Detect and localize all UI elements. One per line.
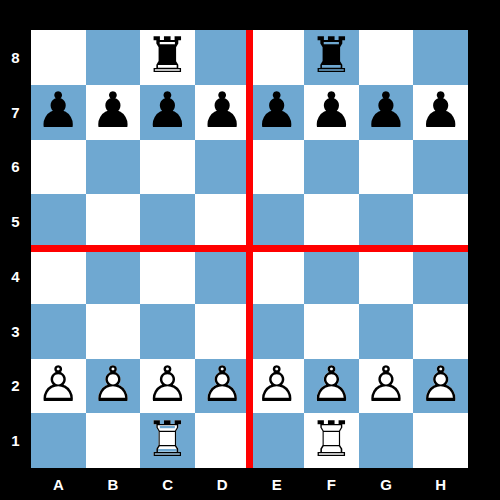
square-f7[interactable]: ♟ [304, 85, 359, 140]
black-pawn-glyph: ♟ [36, 86, 80, 135]
square-a3[interactable] [31, 304, 86, 359]
white-pawn[interactable]: ♟♙ [359, 359, 414, 414]
white-pawn[interactable]: ♟♙ [250, 359, 305, 414]
white-rook[interactable]: ♜♖ [140, 413, 195, 468]
file-label-a: A [31, 468, 86, 500]
square-c6[interactable] [140, 140, 195, 195]
square-g1[interactable] [359, 413, 414, 468]
black-rook[interactable]: ♜ [140, 30, 195, 85]
square-h5[interactable] [413, 194, 468, 249]
square-e2[interactable]: ♟♙ [250, 359, 305, 414]
black-pawn-glyph: ♟ [91, 86, 135, 135]
white-rook[interactable]: ♜♖ [304, 413, 359, 468]
square-h3[interactable] [413, 304, 468, 359]
rank-labels: 87654321 [0, 30, 31, 468]
rank-label-1: 1 [0, 413, 31, 468]
square-e8[interactable] [250, 30, 305, 85]
square-f3[interactable] [304, 304, 359, 359]
square-c1[interactable]: ♜♖ [140, 413, 195, 468]
square-a5[interactable] [31, 194, 86, 249]
black-pawn[interactable]: ♟ [250, 85, 305, 140]
file-label-h: H [413, 468, 468, 500]
square-f2[interactable]: ♟♙ [304, 359, 359, 414]
square-g2[interactable]: ♟♙ [359, 359, 414, 414]
black-pawn[interactable]: ♟ [359, 85, 414, 140]
crosshair-horizontal-line [31, 245, 468, 252]
white-pawn[interactable]: ♟♙ [195, 359, 250, 414]
square-b6[interactable] [86, 140, 141, 195]
black-rook[interactable]: ♜ [304, 30, 359, 85]
white-pawn-outline-glyph: ♙ [309, 359, 353, 408]
white-pawn[interactable]: ♟♙ [413, 359, 468, 414]
square-b4[interactable] [86, 249, 141, 304]
black-rook-glyph: ♜ [309, 31, 353, 80]
rank-label-5: 5 [0, 194, 31, 249]
square-h6[interactable] [413, 140, 468, 195]
white-pawn-outline-glyph: ♙ [200, 359, 244, 408]
rank-label-2: 2 [0, 359, 31, 414]
square-e5[interactable] [250, 194, 305, 249]
square-d8[interactable] [195, 30, 250, 85]
square-e7[interactable]: ♟ [250, 85, 305, 140]
rank-label-6: 6 [0, 140, 31, 195]
square-b3[interactable] [86, 304, 141, 359]
square-f1[interactable]: ♜♖ [304, 413, 359, 468]
black-pawn[interactable]: ♟ [304, 85, 359, 140]
square-f6[interactable] [304, 140, 359, 195]
white-pawn[interactable]: ♟♙ [31, 359, 86, 414]
black-pawn[interactable]: ♟ [195, 85, 250, 140]
square-g6[interactable] [359, 140, 414, 195]
white-pawn[interactable]: ♟♙ [304, 359, 359, 414]
black-pawn-glyph: ♟ [364, 86, 408, 135]
rank-label-8: 8 [0, 30, 31, 85]
square-e1[interactable] [250, 413, 305, 468]
file-labels: ABCDEFGH [31, 468, 468, 500]
white-pawn-outline-glyph: ♙ [364, 359, 408, 408]
white-pawn-outline-glyph: ♙ [91, 359, 135, 408]
rank-label-7: 7 [0, 85, 31, 140]
white-rook-outline-glyph: ♖ [146, 414, 190, 463]
square-c5[interactable] [140, 194, 195, 249]
square-h8[interactable] [413, 30, 468, 85]
white-pawn-outline-glyph: ♙ [146, 359, 190, 408]
square-a7[interactable]: ♟ [31, 85, 86, 140]
square-h2[interactable]: ♟♙ [413, 359, 468, 414]
square-b2[interactable]: ♟♙ [86, 359, 141, 414]
black-pawn-glyph: ♟ [146, 86, 190, 135]
square-a2[interactable]: ♟♙ [31, 359, 86, 414]
black-rook-glyph: ♜ [146, 31, 190, 80]
square-d1[interactable] [195, 413, 250, 468]
black-pawn-glyph: ♟ [309, 86, 353, 135]
square-h4[interactable] [413, 249, 468, 304]
square-f4[interactable] [304, 249, 359, 304]
square-b5[interactable] [86, 194, 141, 249]
square-g3[interactable] [359, 304, 414, 359]
square-d5[interactable] [195, 194, 250, 249]
file-label-b: B [86, 468, 141, 500]
square-c8[interactable]: ♜ [140, 30, 195, 85]
square-c7[interactable]: ♟ [140, 85, 195, 140]
square-a6[interactable] [31, 140, 86, 195]
square-e6[interactable] [250, 140, 305, 195]
square-d7[interactable]: ♟ [195, 85, 250, 140]
square-f8[interactable]: ♜ [304, 30, 359, 85]
black-pawn[interactable]: ♟ [413, 85, 468, 140]
square-b7[interactable]: ♟ [86, 85, 141, 140]
file-label-g: G [359, 468, 414, 500]
black-pawn[interactable]: ♟ [31, 85, 86, 140]
white-pawn-outline-glyph: ♙ [36, 359, 80, 408]
white-pawn[interactable]: ♟♙ [140, 359, 195, 414]
square-a1[interactable] [31, 413, 86, 468]
rank-label-4: 4 [0, 249, 31, 304]
square-b8[interactable] [86, 30, 141, 85]
square-c2[interactable]: ♟♙ [140, 359, 195, 414]
black-pawn-glyph: ♟ [200, 86, 244, 135]
black-pawn-glyph: ♟ [419, 86, 463, 135]
square-d4[interactable] [195, 249, 250, 304]
square-c4[interactable] [140, 249, 195, 304]
white-pawn[interactable]: ♟♙ [86, 359, 141, 414]
file-label-c: C [140, 468, 195, 500]
square-d2[interactable]: ♟♙ [195, 359, 250, 414]
square-g8[interactable] [359, 30, 414, 85]
square-b1[interactable] [86, 413, 141, 468]
rank-label-3: 3 [0, 304, 31, 359]
square-g7[interactable]: ♟ [359, 85, 414, 140]
square-c3[interactable] [140, 304, 195, 359]
square-d3[interactable] [195, 304, 250, 359]
square-a8[interactable] [31, 30, 86, 85]
square-f5[interactable] [304, 194, 359, 249]
file-label-d: D [195, 468, 250, 500]
file-label-f: F [304, 468, 359, 500]
white-pawn-outline-glyph: ♙ [419, 359, 463, 408]
square-e3[interactable] [250, 304, 305, 359]
black-pawn[interactable]: ♟ [140, 85, 195, 140]
white-rook-outline-glyph: ♖ [309, 414, 353, 463]
black-pawn-glyph: ♟ [255, 86, 299, 135]
white-pawn-outline-glyph: ♙ [255, 359, 299, 408]
square-e4[interactable] [250, 249, 305, 304]
chess-board-frame: 87654321 ABCDEFGH ♜♜♟♟♟♟♟♟♟♟♟♙♟♙♟♙♟♙♟♙♟♙… [0, 0, 500, 500]
square-h1[interactable] [413, 413, 468, 468]
square-g5[interactable] [359, 194, 414, 249]
square-d6[interactable] [195, 140, 250, 195]
file-label-e: E [250, 468, 305, 500]
square-g4[interactable] [359, 249, 414, 304]
square-h7[interactable]: ♟ [413, 85, 468, 140]
black-pawn[interactable]: ♟ [86, 85, 141, 140]
square-a4[interactable] [31, 249, 86, 304]
